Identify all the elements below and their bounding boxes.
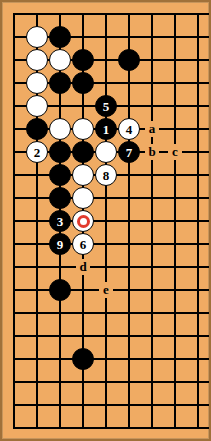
point-label-e: e	[99, 282, 113, 298]
white-stone-move-2[interactable]: 2	[26, 141, 48, 163]
point-label-a: a	[145, 121, 159, 137]
grid-line-horizontal	[13, 312, 209, 314]
black-stone[interactable]	[72, 49, 94, 71]
grid-line-horizontal	[13, 404, 209, 406]
move-number: 5	[103, 100, 110, 113]
black-stone[interactable]	[49, 72, 71, 94]
white-stone[interactable]	[49, 118, 71, 140]
grid-line-horizontal	[13, 266, 209, 268]
black-stone[interactable]	[49, 279, 71, 301]
white-stone[interactable]	[72, 164, 94, 186]
move-number: 6	[80, 238, 87, 251]
point-label-d: d	[76, 259, 90, 275]
grid-line-horizontal	[13, 13, 209, 15]
grid-line-horizontal	[13, 358, 209, 360]
white-stone[interactable]	[72, 118, 94, 140]
grid-line-vertical	[151, 13, 153, 429]
white-stone[interactable]	[72, 210, 94, 232]
black-stone-move-5[interactable]: 5	[95, 95, 117, 117]
white-stone-move-8[interactable]: 8	[95, 164, 117, 186]
grid-line-vertical	[197, 13, 199, 429]
white-stone[interactable]	[26, 72, 48, 94]
grid-line-vertical	[128, 13, 130, 429]
black-stone[interactable]	[26, 118, 48, 140]
black-stone-move-3[interactable]: 3	[49, 210, 71, 232]
move-number: 2	[34, 146, 41, 159]
move-number: 4	[126, 123, 133, 136]
grid-line-vertical	[174, 13, 176, 429]
grid-line-horizontal	[13, 335, 209, 337]
black-stone-move-7[interactable]: 7	[118, 141, 140, 163]
move-number: 8	[103, 169, 110, 182]
black-stone[interactable]	[72, 348, 94, 370]
grid-line-vertical	[13, 13, 15, 429]
white-stone[interactable]	[95, 141, 117, 163]
grid-line-horizontal	[13, 243, 209, 245]
white-stone-move-6[interactable]: 6	[72, 233, 94, 255]
black-stone[interactable]	[72, 72, 94, 94]
black-stone[interactable]	[49, 164, 71, 186]
move-number: 3	[57, 215, 64, 228]
black-stone[interactable]	[118, 49, 140, 71]
black-stone[interactable]	[49, 26, 71, 48]
move-number: 1	[103, 123, 110, 136]
white-stone[interactable]	[26, 49, 48, 71]
grid-line-horizontal	[13, 427, 209, 429]
white-stone[interactable]	[49, 49, 71, 71]
black-stone[interactable]	[49, 141, 71, 163]
black-stone[interactable]	[72, 141, 94, 163]
circle-marker-icon	[77, 215, 90, 228]
move-number: 9	[57, 238, 64, 251]
point-label-c: c	[168, 144, 182, 160]
grid-line-vertical	[105, 13, 107, 429]
move-number: 7	[126, 146, 133, 159]
grid-line-horizontal	[13, 381, 209, 383]
go-diagram: 514278396abcde	[0, 0, 211, 441]
black-stone-move-9[interactable]: 9	[49, 233, 71, 255]
point-label-b: b	[145, 144, 159, 160]
white-stone-move-4[interactable]: 4	[118, 118, 140, 140]
grid-line-horizontal	[13, 220, 209, 222]
white-stone[interactable]	[26, 26, 48, 48]
white-stone[interactable]	[26, 95, 48, 117]
grid-line-horizontal	[13, 197, 209, 199]
black-stone[interactable]	[49, 187, 71, 209]
black-stone-move-1[interactable]: 1	[95, 118, 117, 140]
white-stone[interactable]	[72, 187, 94, 209]
